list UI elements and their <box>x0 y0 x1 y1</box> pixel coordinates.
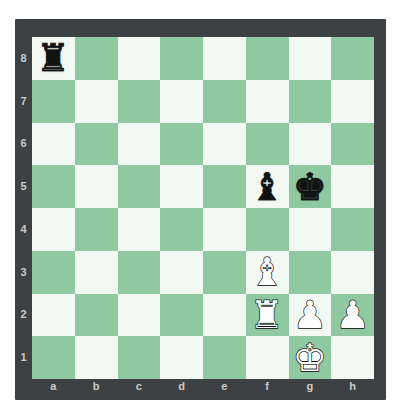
square-b7[interactable] <box>75 80 118 123</box>
page: 87654321 ♜♝♚♝♜♟♟♚ abcdefgh <box>0 0 414 420</box>
rank-label-6: 6 <box>15 123 32 166</box>
file-label-d: d <box>160 379 203 400</box>
black-rook-a8[interactable]: ♜ <box>36 39 70 77</box>
square-c8[interactable] <box>118 37 161 80</box>
square-g6[interactable] <box>289 123 332 166</box>
square-h8[interactable] <box>331 37 374 80</box>
square-d3[interactable] <box>160 251 203 294</box>
square-c7[interactable] <box>118 80 161 123</box>
square-e2[interactable] <box>203 294 246 337</box>
chess-board-frame: 87654321 ♜♝♚♝♜♟♟♚ abcdefgh <box>15 19 386 400</box>
square-h6[interactable] <box>331 123 374 166</box>
square-e5[interactable] <box>203 165 246 208</box>
square-c6[interactable] <box>118 123 161 166</box>
square-e3[interactable] <box>203 251 246 294</box>
square-a6[interactable] <box>32 123 75 166</box>
square-f4[interactable] <box>246 208 289 251</box>
square-a2[interactable] <box>32 294 75 337</box>
square-h3[interactable] <box>331 251 374 294</box>
square-a3[interactable] <box>32 251 75 294</box>
white-rook-f2[interactable]: ♜ <box>250 296 284 334</box>
square-g7[interactable] <box>289 80 332 123</box>
square-f1[interactable] <box>246 336 289 379</box>
square-d6[interactable] <box>160 123 203 166</box>
square-d8[interactable] <box>160 37 203 80</box>
square-g1[interactable]: ♚ <box>289 336 332 379</box>
square-d7[interactable] <box>160 80 203 123</box>
square-a1[interactable] <box>32 336 75 379</box>
square-b3[interactable] <box>75 251 118 294</box>
square-d2[interactable] <box>160 294 203 337</box>
square-h5[interactable] <box>331 165 374 208</box>
rank-label-2: 2 <box>15 294 32 337</box>
file-label-g: g <box>289 379 332 400</box>
rank-label-3: 3 <box>15 251 32 294</box>
square-b4[interactable] <box>75 208 118 251</box>
rank-label-8: 8 <box>15 37 32 80</box>
square-c4[interactable] <box>118 208 161 251</box>
square-c1[interactable] <box>118 336 161 379</box>
square-h2[interactable]: ♟ <box>331 294 374 337</box>
file-label-h: h <box>331 379 374 400</box>
file-label-b: b <box>75 379 118 400</box>
square-f5[interactable]: ♝ <box>246 165 289 208</box>
white-pawn-h2[interactable]: ♟ <box>336 296 370 334</box>
square-b2[interactable] <box>75 294 118 337</box>
square-e6[interactable] <box>203 123 246 166</box>
rank-labels: 87654321 <box>15 37 32 379</box>
square-g3[interactable] <box>289 251 332 294</box>
square-b8[interactable] <box>75 37 118 80</box>
square-c2[interactable] <box>118 294 161 337</box>
square-b1[interactable] <box>75 336 118 379</box>
square-g8[interactable] <box>289 37 332 80</box>
file-label-c: c <box>118 379 161 400</box>
rank-label-1: 1 <box>15 336 32 379</box>
square-f7[interactable] <box>246 80 289 123</box>
file-label-f: f <box>246 379 289 400</box>
square-a5[interactable] <box>32 165 75 208</box>
chess-board: ♜♝♚♝♜♟♟♚ <box>32 37 374 379</box>
square-a7[interactable] <box>32 80 75 123</box>
square-f3[interactable]: ♝ <box>246 251 289 294</box>
square-f2[interactable]: ♜ <box>246 294 289 337</box>
square-h4[interactable] <box>331 208 374 251</box>
square-e4[interactable] <box>203 208 246 251</box>
square-g5[interactable]: ♚ <box>289 165 332 208</box>
rank-label-4: 4 <box>15 208 32 251</box>
square-h7[interactable] <box>331 80 374 123</box>
square-f8[interactable] <box>246 37 289 80</box>
square-e8[interactable] <box>203 37 246 80</box>
square-d1[interactable] <box>160 336 203 379</box>
square-b6[interactable] <box>75 123 118 166</box>
square-a4[interactable] <box>32 208 75 251</box>
square-c3[interactable] <box>118 251 161 294</box>
white-king-g1[interactable]: ♚ <box>293 339 327 377</box>
square-f6[interactable] <box>246 123 289 166</box>
rank-label-5: 5 <box>15 165 32 208</box>
square-e1[interactable] <box>203 336 246 379</box>
square-a8[interactable]: ♜ <box>32 37 75 80</box>
square-g4[interactable] <box>289 208 332 251</box>
black-bishop-f5[interactable]: ♝ <box>250 168 284 206</box>
file-label-e: e <box>203 379 246 400</box>
white-bishop-f3[interactable]: ♝ <box>250 253 284 291</box>
square-d4[interactable] <box>160 208 203 251</box>
file-label-a: a <box>32 379 75 400</box>
square-b5[interactable] <box>75 165 118 208</box>
file-labels: abcdefgh <box>32 379 374 400</box>
square-d5[interactable] <box>160 165 203 208</box>
rank-label-7: 7 <box>15 80 32 123</box>
white-pawn-g2[interactable]: ♟ <box>293 296 327 334</box>
square-g2[interactable]: ♟ <box>289 294 332 337</box>
black-king-g5[interactable]: ♚ <box>293 168 327 206</box>
square-e7[interactable] <box>203 80 246 123</box>
square-c5[interactable] <box>118 165 161 208</box>
square-h1[interactable] <box>331 336 374 379</box>
